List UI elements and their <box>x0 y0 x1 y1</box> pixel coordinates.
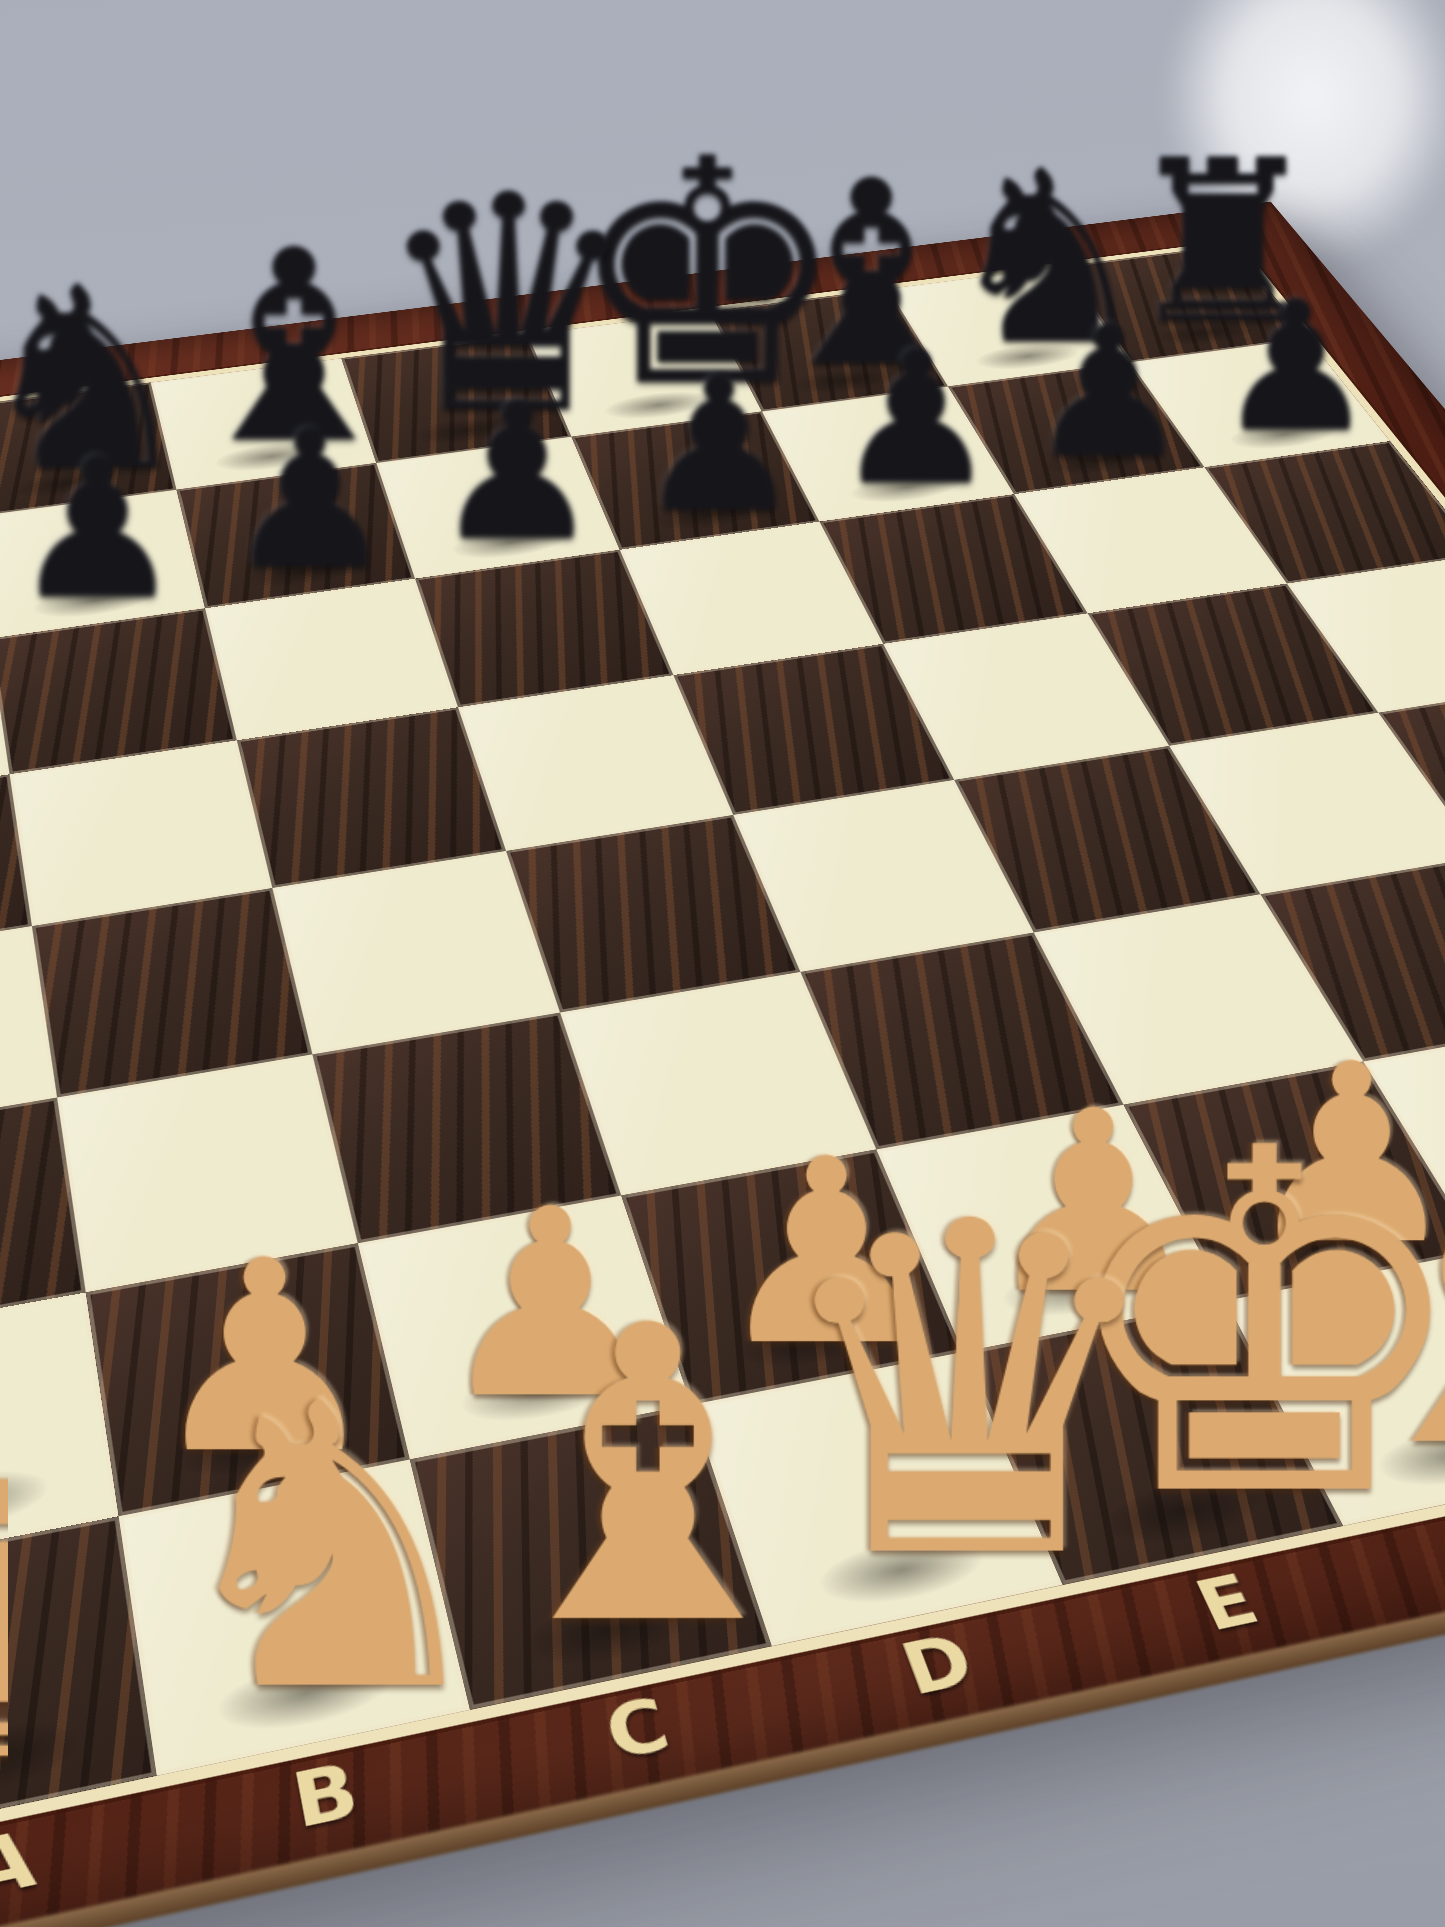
piece-black-pawn-c7[interactable]: ♟ <box>204 409 416 590</box>
square-c7[interactable]: ♟ <box>177 463 416 608</box>
perspective-container: ♜♞♝♛♚♝♞♜♟♟♟♟♟♟♟♟♟♟♟♟♟♟♟♟♜♞♝♛♚♝♞♜ 1234567… <box>0 0 1445 1927</box>
piece-black-pawn-b7[interactable]: ♟ <box>0 437 205 621</box>
piece-black-pawn-e7[interactable]: ♟ <box>616 356 823 533</box>
piece-white-bishop-c1[interactable]: ♝ <box>466 1286 777 1673</box>
square-b7[interactable]: ♟ <box>0 490 205 639</box>
piece-black-pawn-h7[interactable]: ♟ <box>1196 281 1396 452</box>
chess-board: ♜♞♝♛♚♝♞♜♟♟♟♟♟♟♟♟♟♟♟♟♟♟♟♟♜♞♝♛♚♝♞♜ 1234567… <box>0 202 1445 1927</box>
piece-black-pawn-f7[interactable]: ♟ <box>814 331 1018 506</box>
photo-scene: ♜♞♝♛♚♝♞♜♟♟♟♟♟♟♟♟♟♟♟♟♟♟♟♟♜♞♝♛♚♝♞♜ 1234567… <box>0 0 1445 1927</box>
piece-white-rook-a1[interactable]: ♜ <box>0 1444 156 1804</box>
piece-black-pawn-g7[interactable]: ♟ <box>1008 306 1210 479</box>
piece-white-knight-b1[interactable]: ♞ <box>156 1364 473 1737</box>
piece-black-pawn-d7[interactable]: ♟ <box>412 383 622 562</box>
board-grid: ♜♞♝♛♚♝♞♜♟♟♟♟♟♟♟♟♟♟♟♟♟♟♟♟♜♞♝♛♚♝♞♜ <box>0 245 1445 1844</box>
square-a1[interactable]: ♜ <box>0 1516 157 1844</box>
